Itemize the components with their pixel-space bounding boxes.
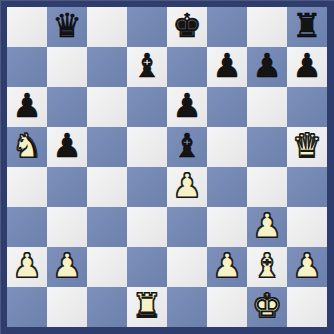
square-e7[interactable] <box>167 47 207 87</box>
piece-black-king[interactable]: ♚ <box>172 7 202 46</box>
square-b4[interactable] <box>47 167 87 207</box>
piece-white-queen[interactable]: ♛ <box>292 127 322 166</box>
square-a1[interactable] <box>7 287 47 327</box>
square-a5[interactable]: ♞ <box>7 127 47 167</box>
piece-white-pawn[interactable]: ♟ <box>52 247 82 286</box>
square-e1[interactable] <box>167 287 207 327</box>
piece-black-pawn[interactable]: ♟ <box>252 47 282 86</box>
square-h4[interactable] <box>287 167 327 207</box>
piece-white-pawn[interactable]: ♟ <box>212 247 242 286</box>
square-f8[interactable] <box>207 7 247 47</box>
square-c5[interactable] <box>87 127 127 167</box>
square-g8[interactable] <box>247 7 287 47</box>
square-d6[interactable] <box>127 87 167 127</box>
square-f1[interactable] <box>207 287 247 327</box>
square-f5[interactable] <box>207 127 247 167</box>
square-e2[interactable] <box>167 247 207 287</box>
square-e6[interactable]: ♟ <box>167 87 207 127</box>
square-e8[interactable]: ♚ <box>167 7 207 47</box>
square-h6[interactable] <box>287 87 327 127</box>
square-c4[interactable] <box>87 167 127 207</box>
piece-black-rook[interactable]: ♜ <box>292 7 322 46</box>
square-a2[interactable]: ♟ <box>7 247 47 287</box>
square-f3[interactable] <box>207 207 247 247</box>
square-g5[interactable] <box>247 127 287 167</box>
piece-black-bishop[interactable]: ♝ <box>172 127 202 166</box>
square-f2[interactable]: ♟ <box>207 247 247 287</box>
square-c6[interactable] <box>87 87 127 127</box>
square-b2[interactable]: ♟ <box>47 247 87 287</box>
piece-white-bishop[interactable]: ♝ <box>252 247 282 286</box>
square-d8[interactable] <box>127 7 167 47</box>
square-d5[interactable] <box>127 127 167 167</box>
square-b6[interactable] <box>47 87 87 127</box>
square-g6[interactable] <box>247 87 287 127</box>
board-frame: ♛♚♜♝♟♟♟♟♟♞♟♝♛♟♟♟♟♟♝♟♜♚ <box>0 0 334 334</box>
square-c3[interactable] <box>87 207 127 247</box>
piece-white-pawn[interactable]: ♟ <box>292 247 322 286</box>
square-e4[interactable]: ♟ <box>167 167 207 207</box>
square-h7[interactable]: ♟ <box>287 47 327 87</box>
piece-black-pawn[interactable]: ♟ <box>172 87 202 126</box>
piece-black-pawn[interactable]: ♟ <box>212 47 242 86</box>
square-d2[interactable] <box>127 247 167 287</box>
piece-black-pawn[interactable]: ♟ <box>52 127 82 166</box>
piece-white-king[interactable]: ♚ <box>252 287 282 326</box>
square-f7[interactable]: ♟ <box>207 47 247 87</box>
piece-white-pawn[interactable]: ♟ <box>172 167 202 206</box>
square-b8[interactable]: ♛ <box>47 7 87 47</box>
square-h8[interactable]: ♜ <box>287 7 327 47</box>
square-h2[interactable]: ♟ <box>287 247 327 287</box>
square-a8[interactable] <box>7 7 47 47</box>
square-d3[interactable] <box>127 207 167 247</box>
square-b3[interactable] <box>47 207 87 247</box>
square-d7[interactable]: ♝ <box>127 47 167 87</box>
square-e5[interactable]: ♝ <box>167 127 207 167</box>
square-a4[interactable] <box>7 167 47 207</box>
piece-black-bishop[interactable]: ♝ <box>132 47 162 86</box>
piece-black-pawn[interactable]: ♟ <box>12 87 42 126</box>
square-g4[interactable] <box>247 167 287 207</box>
piece-black-pawn[interactable]: ♟ <box>292 47 322 86</box>
piece-white-pawn[interactable]: ♟ <box>252 207 282 246</box>
square-a3[interactable] <box>7 207 47 247</box>
square-d4[interactable] <box>127 167 167 207</box>
square-b7[interactable] <box>47 47 87 87</box>
square-c1[interactable] <box>87 287 127 327</box>
square-h5[interactable]: ♛ <box>287 127 327 167</box>
square-a6[interactable]: ♟ <box>7 87 47 127</box>
square-a7[interactable] <box>7 47 47 87</box>
piece-white-rook[interactable]: ♜ <box>132 287 162 326</box>
square-f6[interactable] <box>207 87 247 127</box>
chess-board: ♛♚♜♝♟♟♟♟♟♞♟♝♛♟♟♟♟♟♝♟♜♚ <box>7 7 327 327</box>
square-c2[interactable] <box>87 247 127 287</box>
piece-black-queen[interactable]: ♛ <box>52 7 82 46</box>
square-b5[interactable]: ♟ <box>47 127 87 167</box>
square-d1[interactable]: ♜ <box>127 287 167 327</box>
square-e3[interactable] <box>167 207 207 247</box>
square-c7[interactable] <box>87 47 127 87</box>
square-f4[interactable] <box>207 167 247 207</box>
piece-white-pawn[interactable]: ♟ <box>12 247 42 286</box>
square-g7[interactable]: ♟ <box>247 47 287 87</box>
square-h1[interactable] <box>287 287 327 327</box>
square-b1[interactable] <box>47 287 87 327</box>
piece-white-knight[interactable]: ♞ <box>12 127 42 166</box>
square-c8[interactable] <box>87 7 127 47</box>
square-h3[interactable] <box>287 207 327 247</box>
square-g1[interactable]: ♚ <box>247 287 287 327</box>
square-g3[interactable]: ♟ <box>247 207 287 247</box>
square-g2[interactable]: ♝ <box>247 247 287 287</box>
